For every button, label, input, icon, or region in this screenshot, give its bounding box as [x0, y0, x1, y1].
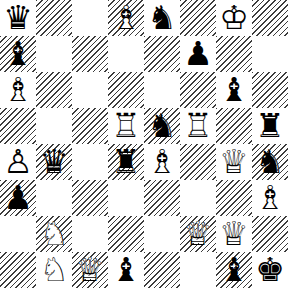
- white-rook-piece: ♖: [180, 108, 216, 144]
- piece-backing: ♜: [108, 108, 144, 144]
- white-queen-piece: ♕: [72, 252, 108, 288]
- square-c3[interactable]: [72, 180, 108, 216]
- square-b5[interactable]: [36, 108, 72, 144]
- piece-backing: ♛: [36, 144, 72, 180]
- piece-backing: ♜: [180, 108, 216, 144]
- square-c6[interactable]: [72, 72, 108, 108]
- square-h6[interactable]: [252, 72, 288, 108]
- black-knight-piece: ♞: [144, 108, 180, 144]
- black-knight-piece: ♞: [252, 144, 288, 180]
- square-d5[interactable]: ♜♖: [108, 108, 144, 144]
- square-a7[interactable]: ♝♝: [0, 36, 36, 72]
- black-queen-piece: ♛: [0, 0, 36, 36]
- square-a4[interactable]: ♟♙: [0, 144, 36, 180]
- white-pawn-piece: ♙: [0, 144, 36, 180]
- piece-backing: ♛: [216, 216, 252, 252]
- white-rook-piece: ♖: [108, 108, 144, 144]
- black-knight-piece: ♞: [144, 0, 180, 36]
- black-rook-piece: ♜: [252, 108, 288, 144]
- square-f3[interactable]: [180, 180, 216, 216]
- black-pawn-piece: ♟: [180, 36, 216, 72]
- piece-backing: ♝: [108, 0, 144, 36]
- square-c7[interactable]: [72, 36, 108, 72]
- square-c5[interactable]: [72, 108, 108, 144]
- piece-backing: ♛: [180, 216, 216, 252]
- square-h8[interactable]: [252, 0, 288, 36]
- piece-backing: ♝: [144, 144, 180, 180]
- piece-backing: ♞: [144, 108, 180, 144]
- square-c1[interactable]: ♛♕: [72, 252, 108, 288]
- piece-backing: ♜: [108, 144, 144, 180]
- square-e3[interactable]: [144, 180, 180, 216]
- piece-backing: ♝: [0, 72, 36, 108]
- square-g1[interactable]: ♝♝: [216, 252, 252, 288]
- square-d7[interactable]: [108, 36, 144, 72]
- white-bishop-piece: ♗: [0, 72, 36, 108]
- square-f7[interactable]: ♟♟: [180, 36, 216, 72]
- white-queen-piece: ♕: [216, 216, 252, 252]
- square-d6[interactable]: [108, 72, 144, 108]
- square-f6[interactable]: [180, 72, 216, 108]
- square-g2[interactable]: ♛♕: [216, 216, 252, 252]
- square-f5[interactable]: ♜♖: [180, 108, 216, 144]
- piece-backing: ♝: [0, 36, 36, 72]
- white-knight-piece: ♘: [36, 252, 72, 288]
- square-e5[interactable]: ♞♞: [144, 108, 180, 144]
- square-f1[interactable]: [180, 252, 216, 288]
- square-b3[interactable]: [36, 180, 72, 216]
- white-queen-piece: ♕: [180, 216, 216, 252]
- chess-board: ♛♛♝♗♞♞♚♔♝♝♟♟♝♗♝♝♜♖♞♞♜♖♜♜♟♙♛♛♜♜♝♗♛♕♞♞♟♟♝♗…: [0, 0, 288, 288]
- square-g7[interactable]: [216, 36, 252, 72]
- piece-backing: ♛: [72, 252, 108, 288]
- square-h1[interactable]: ♚♚: [252, 252, 288, 288]
- piece-backing: ♜: [252, 108, 288, 144]
- square-d1[interactable]: ♝♝: [108, 252, 144, 288]
- square-e4[interactable]: ♝♗: [144, 144, 180, 180]
- square-b6[interactable]: [36, 72, 72, 108]
- piece-backing: ♚: [216, 0, 252, 36]
- square-g4[interactable]: ♛♕: [216, 144, 252, 180]
- square-d2[interactable]: [108, 216, 144, 252]
- square-c8[interactable]: [72, 0, 108, 36]
- black-pawn-piece: ♟: [0, 180, 36, 216]
- square-f4[interactable]: [180, 144, 216, 180]
- square-a8[interactable]: ♛♛: [0, 0, 36, 36]
- square-g8[interactable]: ♚♔: [216, 0, 252, 36]
- black-rook-piece: ♜: [108, 144, 144, 180]
- piece-backing: ♞: [144, 0, 180, 36]
- square-c2[interactable]: [72, 216, 108, 252]
- black-bishop-piece: ♝: [0, 36, 36, 72]
- square-e7[interactable]: [144, 36, 180, 72]
- square-e1[interactable]: [144, 252, 180, 288]
- white-queen-piece: ♕: [216, 144, 252, 180]
- square-h7[interactable]: [252, 36, 288, 72]
- square-d4[interactable]: ♜♜: [108, 144, 144, 180]
- white-knight-piece: ♘: [36, 216, 72, 252]
- black-bishop-piece: ♝: [108, 252, 144, 288]
- piece-backing: ♝: [216, 252, 252, 288]
- piece-backing: ♝: [252, 180, 288, 216]
- square-b1[interactable]: ♞♘: [36, 252, 72, 288]
- piece-backing: ♚: [252, 252, 288, 288]
- square-a6[interactable]: ♝♗: [0, 72, 36, 108]
- square-d8[interactable]: ♝♗: [108, 0, 144, 36]
- white-bishop-piece: ♗: [252, 180, 288, 216]
- square-a3[interactable]: ♟♟: [0, 180, 36, 216]
- piece-backing: ♞: [36, 216, 72, 252]
- piece-backing: ♝: [216, 72, 252, 108]
- square-a1[interactable]: [0, 252, 36, 288]
- square-d3[interactable]: [108, 180, 144, 216]
- square-h2[interactable]: [252, 216, 288, 252]
- piece-backing: ♛: [0, 0, 36, 36]
- square-h5[interactable]: ♜♜: [252, 108, 288, 144]
- black-queen-piece: ♛: [36, 144, 72, 180]
- square-f8[interactable]: [180, 0, 216, 36]
- piece-backing: ♞: [252, 144, 288, 180]
- square-h4[interactable]: ♞♞: [252, 144, 288, 180]
- square-b8[interactable]: [36, 0, 72, 36]
- square-c4[interactable]: [72, 144, 108, 180]
- square-a5[interactable]: [0, 108, 36, 144]
- square-f2[interactable]: ♛♕: [180, 216, 216, 252]
- piece-backing: ♟: [0, 180, 36, 216]
- piece-backing: ♛: [216, 144, 252, 180]
- piece-backing: ♝: [108, 252, 144, 288]
- square-b2[interactable]: ♞♘: [36, 216, 72, 252]
- white-bishop-piece: ♗: [144, 144, 180, 180]
- square-h3[interactable]: ♝♗: [252, 180, 288, 216]
- square-e2[interactable]: [144, 216, 180, 252]
- square-a2[interactable]: [0, 216, 36, 252]
- square-g3[interactable]: [216, 180, 252, 216]
- black-king-piece: ♚: [252, 252, 288, 288]
- piece-backing: ♞: [36, 252, 72, 288]
- white-king-piece: ♔: [216, 0, 252, 36]
- white-bishop-piece: ♗: [108, 0, 144, 36]
- square-g5[interactable]: [216, 108, 252, 144]
- square-e8[interactable]: ♞♞: [144, 0, 180, 36]
- black-bishop-piece: ♝: [216, 72, 252, 108]
- square-b7[interactable]: [36, 36, 72, 72]
- square-e6[interactable]: [144, 72, 180, 108]
- piece-backing: ♟: [180, 36, 216, 72]
- square-g6[interactable]: ♝♝: [216, 72, 252, 108]
- square-b4[interactable]: ♛♛: [36, 144, 72, 180]
- black-bishop-piece: ♝: [216, 252, 252, 288]
- piece-backing: ♟: [0, 144, 36, 180]
